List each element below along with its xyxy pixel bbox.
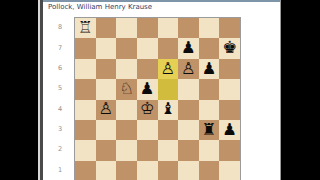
square-e5[interactable] (158, 79, 179, 99)
square-f2[interactable] (178, 140, 199, 160)
square-e3[interactable] (158, 120, 179, 140)
square-c4[interactable] (116, 100, 137, 120)
square-f3[interactable] (178, 120, 199, 140)
piece-white-pawn: ♙ (99, 101, 114, 118)
square-c7[interactable] (116, 38, 137, 58)
square-d6[interactable] (137, 59, 158, 79)
window-top-border (43, 0, 280, 2)
rank-label-8: 8 (50, 17, 70, 37)
square-e8[interactable] (158, 18, 179, 38)
square-h1[interactable] (219, 161, 240, 180)
rank-label-1: 1 (50, 160, 70, 180)
piece-black-pawn: ♟ (181, 40, 196, 57)
piece-black-pawn: ♟ (140, 81, 155, 98)
piece-white-pawn: ♙ (181, 60, 196, 77)
square-a7[interactable] (75, 38, 96, 58)
square-a2[interactable] (75, 140, 96, 160)
square-a6[interactable] (75, 59, 96, 79)
square-h2[interactable] (219, 140, 240, 160)
square-h3[interactable]: ♟ (219, 120, 240, 140)
square-a8[interactable]: ♖ (75, 18, 96, 38)
square-d2[interactable] (137, 140, 158, 160)
square-d7[interactable] (137, 38, 158, 58)
piece-white-pawn: ♙ (160, 60, 175, 77)
square-b7[interactable] (96, 38, 117, 58)
square-e1[interactable] (158, 161, 179, 180)
chess-board: ♖♟♚♙♙♟♘♟♙♔♝♜♟ (74, 17, 241, 180)
square-d8[interactable] (137, 18, 158, 38)
square-a3[interactable] (75, 120, 96, 140)
square-d3[interactable] (137, 120, 158, 140)
square-e6[interactable]: ♙ (158, 59, 179, 79)
square-h4[interactable] (219, 100, 240, 120)
square-e7[interactable] (158, 38, 179, 58)
square-b8[interactable] (96, 18, 117, 38)
square-d5[interactable]: ♟ (137, 79, 158, 99)
square-a1[interactable] (75, 161, 96, 180)
game-window: Pollock, William Henry Krause 87654321 ♖… (43, 0, 281, 180)
rank-label-4: 4 (50, 99, 70, 119)
square-f8[interactable] (178, 18, 199, 38)
square-f7[interactable]: ♟ (178, 38, 199, 58)
square-d1[interactable] (137, 161, 158, 180)
square-e4[interactable]: ♝ (158, 100, 179, 120)
square-b2[interactable] (96, 140, 117, 160)
square-g2[interactable] (199, 140, 220, 160)
square-f6[interactable]: ♙ (178, 59, 199, 79)
square-g3[interactable]: ♜ (199, 120, 220, 140)
square-c1[interactable] (116, 161, 137, 180)
square-a5[interactable] (75, 79, 96, 99)
square-g4[interactable] (199, 100, 220, 120)
square-e2[interactable] (158, 140, 179, 160)
piece-white-knight: ♘ (119, 81, 134, 98)
piece-black-rook: ♜ (202, 121, 217, 138)
square-h8[interactable] (219, 18, 240, 38)
letterbox-right (281, 0, 320, 180)
square-b5[interactable] (96, 79, 117, 99)
square-c2[interactable] (116, 140, 137, 160)
square-c5[interactable]: ♘ (116, 79, 137, 99)
rank-label-6: 6 (50, 58, 70, 78)
screenshot-stage: Pollock, William Henry Krause 87654321 ♖… (0, 0, 320, 180)
square-c3[interactable] (116, 120, 137, 140)
square-g7[interactable] (199, 38, 220, 58)
piece-black-king: ♚ (222, 40, 237, 57)
square-g8[interactable] (199, 18, 220, 38)
square-h7[interactable]: ♚ (219, 38, 240, 58)
letterbox-left (0, 0, 38, 180)
square-a4[interactable] (75, 100, 96, 120)
rank-label-7: 7 (50, 37, 70, 57)
rank-label-2: 2 (50, 139, 70, 159)
square-g5[interactable] (199, 79, 220, 99)
piece-white-king: ♔ (140, 101, 155, 118)
rank-labels: 87654321 (50, 17, 70, 180)
square-h5[interactable] (219, 79, 240, 99)
square-b1[interactable] (96, 161, 117, 180)
square-c6[interactable] (116, 59, 137, 79)
piece-black-bishop: ♝ (160, 101, 175, 118)
square-d4[interactable]: ♔ (137, 100, 158, 120)
piece-white-rook: ♖ (78, 19, 93, 36)
piece-black-pawn: ♟ (222, 121, 237, 138)
square-f5[interactable] (178, 79, 199, 99)
square-c8[interactable] (116, 18, 137, 38)
piece-black-pawn: ♟ (202, 60, 217, 77)
square-b3[interactable] (96, 120, 117, 140)
square-f4[interactable] (178, 100, 199, 120)
rank-label-3: 3 (50, 119, 70, 139)
square-g1[interactable] (199, 161, 220, 180)
square-f1[interactable] (178, 161, 199, 180)
square-g6[interactable]: ♟ (199, 59, 220, 79)
rank-label-5: 5 (50, 78, 70, 98)
square-b4[interactable]: ♙ (96, 100, 117, 120)
square-b6[interactable] (96, 59, 117, 79)
square-h6[interactable] (219, 59, 240, 79)
page-title: Pollock, William Henry Krause (48, 3, 152, 11)
